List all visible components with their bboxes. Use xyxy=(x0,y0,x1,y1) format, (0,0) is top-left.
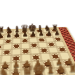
white-king: ♚ xyxy=(31,61,46,75)
square-e1: ♚ xyxy=(32,68,45,75)
black-pawn: ♟ xyxy=(46,30,52,36)
square-d7: ♟ xyxy=(21,34,29,39)
chessboard: ♜♞♝♛♚♝♞♜♟♟♟♟♟♟♟♟♟♟♟♟♟♟♟♟♜♞♝♛♚♝♞♜ xyxy=(0,27,75,75)
black-pawn: ♟ xyxy=(38,31,44,37)
square-c1: ♝ xyxy=(10,70,22,75)
chess-set-photo: ♜♞♝♛♚♝♞♜♟♟♟♟♟♟♟♟♟♟♟♟♟♟♟♟♜♞♝♛♚♝♞♜ xyxy=(0,0,75,75)
square-c6 xyxy=(12,38,21,43)
square-b5 xyxy=(3,44,13,50)
square-b6 xyxy=(4,39,13,44)
white-knight: ♞ xyxy=(0,67,9,75)
square-e7: ♟ xyxy=(28,33,37,38)
white-knight: ♞ xyxy=(56,64,67,75)
white-bishop: ♝ xyxy=(44,63,56,75)
black-pawn: ♟ xyxy=(22,31,28,38)
white-rook: ♜ xyxy=(67,63,75,75)
black-pawn: ♟ xyxy=(30,31,36,37)
square-b7: ♟ xyxy=(4,34,13,39)
black-pawn: ♟ xyxy=(0,32,3,39)
board-frame: ♜♞♝♛♚♝♞♜♟♟♟♟♟♟♟♟♟♟♟♟♟♟♟♟♜♞♝♛♚♝♞♜ xyxy=(0,27,75,75)
square-c7: ♟ xyxy=(13,34,21,39)
black-pawn: ♟ xyxy=(54,30,60,36)
square-h6 xyxy=(53,37,63,42)
square-f1: ♝ xyxy=(43,68,56,75)
black-pawn: ♟ xyxy=(14,32,20,39)
square-b1: ♞ xyxy=(0,70,10,75)
square-h5 xyxy=(55,41,66,47)
white-bishop: ♝ xyxy=(9,65,21,75)
black-pawn: ♟ xyxy=(5,32,11,39)
